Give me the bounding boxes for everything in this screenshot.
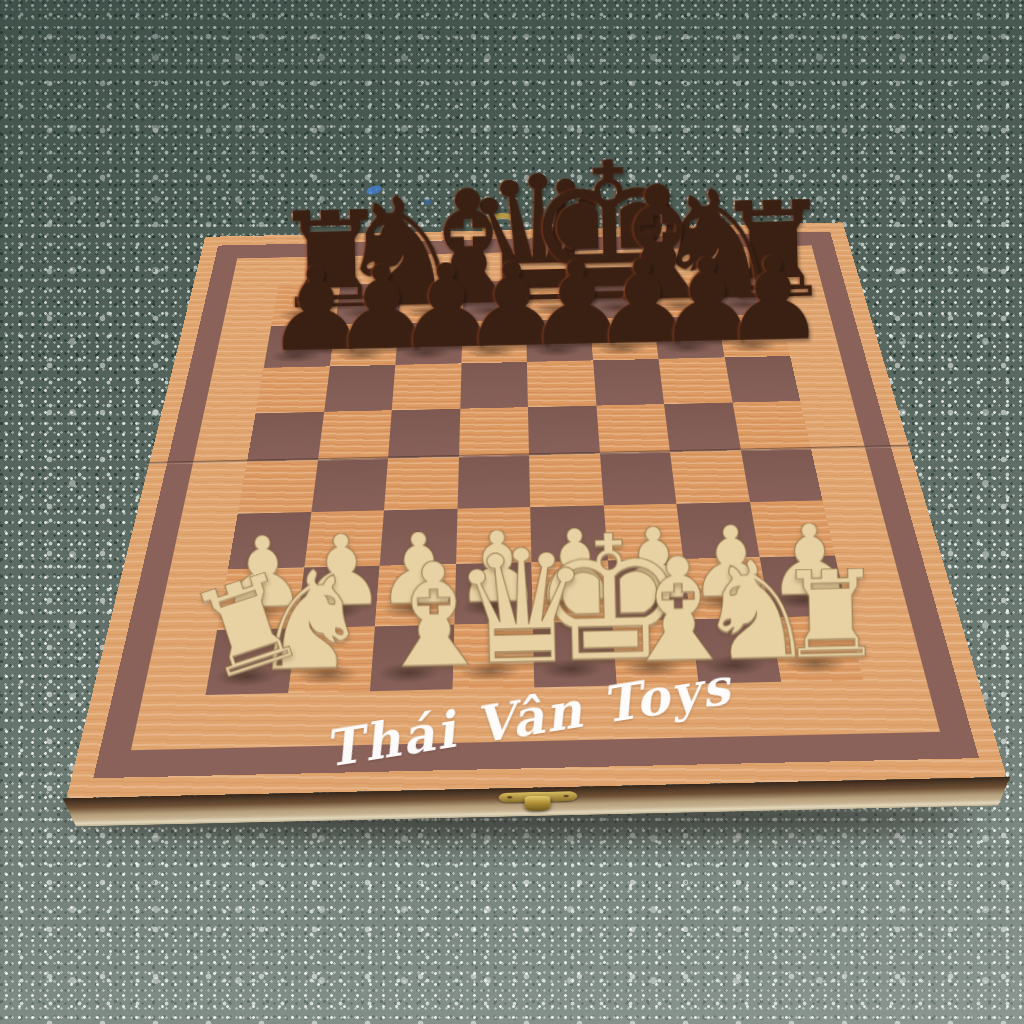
square-c6	[392, 363, 461, 410]
square-b7: ♟	[330, 323, 399, 367]
piece-white-bishop: ♝	[369, 559, 453, 672]
piece-black-pawn: ♟	[394, 261, 461, 353]
square-d4	[457, 455, 530, 508]
square-a5	[247, 412, 324, 462]
board-front-edge	[63, 777, 1011, 827]
square-e7: ♟	[526, 318, 593, 361]
square-a6	[256, 366, 330, 413]
square-f5	[596, 404, 670, 454]
square-c7: ♟	[395, 321, 462, 365]
piece-black-pawn: ♟	[264, 264, 331, 356]
piece-white-rook: ♜	[775, 568, 858, 663]
front-latch-knob-icon	[524, 796, 550, 811]
piece-black-pawn: ♟	[329, 263, 396, 355]
square-c5	[388, 408, 460, 458]
piece-black-pawn: ♟	[459, 260, 526, 352]
piece-black-pawn: ♟	[590, 257, 657, 349]
piece-black-pawn: ♟	[720, 254, 787, 346]
board-grid: ♜♞♝♛♚♝♞♜♟♟♟♟♟♟♟♟♟♟♟♟♟♟♟♟♜♞♝♛♚♝♞♜	[206, 275, 864, 695]
piece-black-pawn: ♟	[655, 255, 722, 347]
square-h5	[732, 401, 811, 451]
square-b4	[311, 458, 388, 511]
photo-scene: ♜♞♝♛♚♝♞♜♟♟♟♟♟♟♟♟♟♟♟♟♟♟♟♟♜♞♝♛♚♝♞♜ Thái Vâ…	[0, 0, 1024, 1024]
square-g4	[670, 450, 749, 503]
square-a1: ♜	[206, 628, 297, 695]
square-b5	[318, 410, 392, 460]
square-d6	[460, 362, 528, 408]
piece-white-rook: ♜	[182, 574, 289, 688]
square-f6	[593, 359, 664, 405]
square-a7: ♟	[264, 324, 335, 368]
square-d7: ♟	[461, 320, 527, 364]
square-e6	[527, 360, 596, 406]
square-c4	[384, 457, 459, 510]
square-h7: ♟	[717, 314, 790, 357]
square-h6	[724, 356, 800, 402]
square-d5	[459, 407, 529, 457]
square-f7: ♟	[590, 317, 659, 360]
square-g7: ♟	[653, 316, 724, 359]
piece-black-pawn: ♟	[525, 258, 592, 350]
square-g6	[658, 357, 732, 403]
square-c1: ♝	[370, 624, 454, 691]
square-a4	[238, 460, 318, 514]
square-b6	[324, 365, 396, 412]
square-h4	[740, 449, 822, 502]
square-h1: ♜	[770, 615, 863, 682]
square-e5	[528, 405, 600, 455]
square-g5	[664, 402, 740, 452]
piece-white-bishop: ♝	[613, 554, 697, 667]
